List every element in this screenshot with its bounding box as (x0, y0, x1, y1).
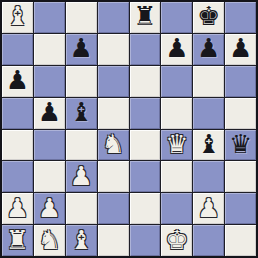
square-h2[interactable] (225, 193, 256, 224)
piece-black-bishop[interactable]: ♝ (70, 99, 93, 125)
square-e2[interactable] (130, 193, 161, 224)
piece-black-pawn[interactable]: ♟ (229, 35, 252, 61)
square-c5[interactable]: ♝ (66, 98, 97, 129)
piece-black-pawn[interactable]: ♟ (38, 99, 61, 125)
square-c6[interactable] (66, 66, 97, 97)
piece-white-queen[interactable]: ♛ (165, 131, 188, 157)
square-a7[interactable] (2, 34, 33, 65)
square-b5[interactable]: ♟ (34, 98, 65, 129)
square-f8[interactable] (161, 2, 192, 33)
square-d8[interactable] (98, 2, 129, 33)
square-g8[interactable]: ♚ (193, 2, 224, 33)
square-e3[interactable] (130, 161, 161, 192)
square-e8[interactable]: ♜ (130, 2, 161, 33)
square-d5[interactable] (98, 98, 129, 129)
chess-board: ♝♜♚♟♟♟♟♟♟♝♞♛♝♛♟♟♟♟♜♞♝♚ (0, 0, 258, 258)
square-a4[interactable] (2, 130, 33, 161)
square-d7[interactable] (98, 34, 129, 65)
square-c2[interactable] (66, 193, 97, 224)
piece-white-pawn[interactable]: ♟ (70, 163, 93, 189)
square-f1[interactable]: ♚ (161, 225, 192, 256)
square-d2[interactable] (98, 193, 129, 224)
square-f6[interactable] (161, 66, 192, 97)
square-g1[interactable] (193, 225, 224, 256)
square-b3[interactable] (34, 161, 65, 192)
square-d1[interactable] (98, 225, 129, 256)
piece-white-pawn[interactable]: ♟ (38, 195, 61, 221)
square-h3[interactable] (225, 161, 256, 192)
square-e5[interactable] (130, 98, 161, 129)
square-b2[interactable]: ♟ (34, 193, 65, 224)
square-b4[interactable] (34, 130, 65, 161)
square-e7[interactable] (130, 34, 161, 65)
piece-white-bishop[interactable]: ♝ (6, 3, 29, 29)
square-e6[interactable] (130, 66, 161, 97)
square-d6[interactable] (98, 66, 129, 97)
square-c1[interactable]: ♝ (66, 225, 97, 256)
piece-white-pawn[interactable]: ♟ (6, 195, 29, 221)
square-f5[interactable] (161, 98, 192, 129)
piece-white-pawn[interactable]: ♟ (197, 195, 220, 221)
piece-white-knight[interactable]: ♞ (101, 131, 124, 157)
square-g4[interactable]: ♝ (193, 130, 224, 161)
square-b6[interactable] (34, 66, 65, 97)
square-b1[interactable]: ♞ (34, 225, 65, 256)
chess-board-grid: ♝♜♚♟♟♟♟♟♟♝♞♛♝♛♟♟♟♟♜♞♝♚ (2, 2, 256, 256)
square-g6[interactable] (193, 66, 224, 97)
piece-white-rook[interactable]: ♜ (6, 227, 29, 253)
square-d4[interactable]: ♞ (98, 130, 129, 161)
square-a8[interactable]: ♝ (2, 2, 33, 33)
piece-black-queen[interactable]: ♛ (229, 131, 252, 157)
square-e4[interactable] (130, 130, 161, 161)
piece-black-pawn[interactable]: ♟ (70, 35, 93, 61)
square-b7[interactable] (34, 34, 65, 65)
square-b8[interactable] (34, 2, 65, 33)
square-g7[interactable]: ♟ (193, 34, 224, 65)
square-g3[interactable] (193, 161, 224, 192)
piece-black-pawn[interactable]: ♟ (197, 35, 220, 61)
square-h8[interactable] (225, 2, 256, 33)
piece-white-knight[interactable]: ♞ (38, 227, 61, 253)
square-f2[interactable] (161, 193, 192, 224)
square-f3[interactable] (161, 161, 192, 192)
square-h7[interactable]: ♟ (225, 34, 256, 65)
square-h5[interactable] (225, 98, 256, 129)
square-a1[interactable]: ♜ (2, 225, 33, 256)
square-e1[interactable] (130, 225, 161, 256)
piece-black-king[interactable]: ♚ (197, 3, 220, 29)
square-c4[interactable] (66, 130, 97, 161)
square-a3[interactable] (2, 161, 33, 192)
square-d3[interactable] (98, 161, 129, 192)
piece-white-king[interactable]: ♚ (165, 227, 188, 253)
square-f4[interactable]: ♛ (161, 130, 192, 161)
piece-black-pawn[interactable]: ♟ (6, 67, 29, 93)
square-c8[interactable] (66, 2, 97, 33)
square-h6[interactable] (225, 66, 256, 97)
piece-black-pawn[interactable]: ♟ (165, 35, 188, 61)
square-g2[interactable]: ♟ (193, 193, 224, 224)
square-a6[interactable]: ♟ (2, 66, 33, 97)
square-c7[interactable]: ♟ (66, 34, 97, 65)
square-h1[interactable] (225, 225, 256, 256)
piece-black-bishop[interactable]: ♝ (197, 131, 220, 157)
piece-white-bishop[interactable]: ♝ (70, 227, 93, 253)
square-a5[interactable] (2, 98, 33, 129)
square-f7[interactable]: ♟ (161, 34, 192, 65)
square-c3[interactable]: ♟ (66, 161, 97, 192)
square-a2[interactable]: ♟ (2, 193, 33, 224)
square-h4[interactable]: ♛ (225, 130, 256, 161)
piece-black-rook[interactable]: ♜ (133, 3, 156, 29)
square-g5[interactable] (193, 98, 224, 129)
